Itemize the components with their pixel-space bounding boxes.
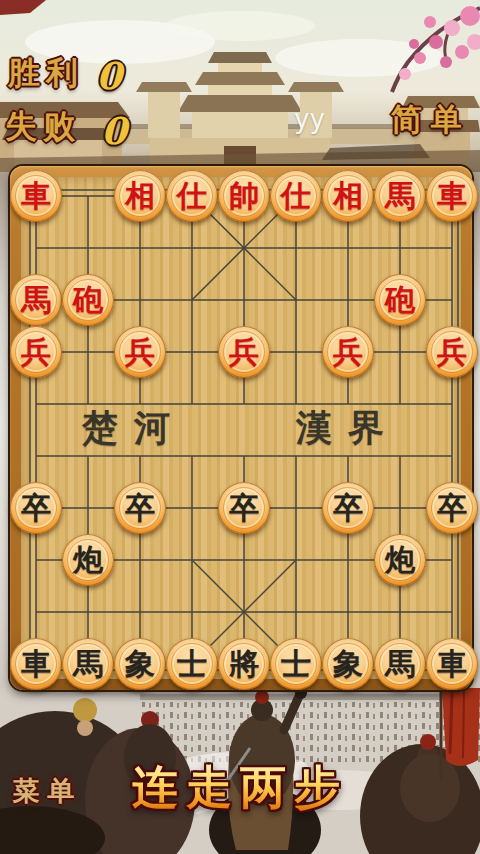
piece-layer: 車相仕帥仕相馬車馬砲砲兵兵兵兵兵卒卒卒卒卒炮炮車馬象士將士象馬車 xyxy=(10,166,472,690)
game-screen: 胜利 0 失败 0 yy 简单 xyxy=(0,0,480,854)
piece-glyph: 仕 xyxy=(177,181,207,211)
piece-glyph: 兵 xyxy=(125,337,155,367)
losses-count: 0 xyxy=(101,109,127,153)
red-horse[interactable]: 馬 xyxy=(10,274,62,326)
piece-glyph: 車 xyxy=(21,181,51,211)
wins-count: 0 xyxy=(96,54,122,98)
piece-glyph: 炮 xyxy=(73,545,103,575)
piece-glyph: 象 xyxy=(125,649,155,679)
red-cannon[interactable]: 砲 xyxy=(374,274,426,326)
piece-glyph: 將 xyxy=(229,649,259,679)
player-name: yy xyxy=(294,104,325,134)
red-elephant[interactable]: 相 xyxy=(114,170,166,222)
black-chariot[interactable]: 車 xyxy=(426,638,478,690)
piece-glyph: 卒 xyxy=(229,493,259,523)
black-advisor[interactable]: 士 xyxy=(270,638,322,690)
red-elephant[interactable]: 相 xyxy=(322,170,374,222)
black-general[interactable]: 將 xyxy=(218,638,270,690)
piece-glyph: 車 xyxy=(437,181,467,211)
piece-glyph: 兵 xyxy=(229,337,259,367)
black-elephant[interactable]: 象 xyxy=(114,638,166,690)
piece-glyph: 相 xyxy=(333,181,363,211)
black-soldier[interactable]: 卒 xyxy=(426,482,478,534)
xiangqi-board[interactable]: 楚河 漢界 車相仕帥仕相馬車馬砲砲兵兵兵兵兵卒卒卒卒卒炮炮車馬象士將士象馬車 xyxy=(10,166,472,690)
piece-glyph: 兵 xyxy=(21,337,51,367)
black-advisor[interactable]: 士 xyxy=(166,638,218,690)
piece-glyph: 相 xyxy=(125,181,155,211)
piece-glyph: 卒 xyxy=(437,493,467,523)
piece-glyph: 卒 xyxy=(125,493,155,523)
red-chariot[interactable]: 車 xyxy=(10,170,62,222)
piece-glyph: 車 xyxy=(437,649,467,679)
red-soldier[interactable]: 兵 xyxy=(218,326,270,378)
piece-glyph: 馬 xyxy=(385,181,415,211)
piece-glyph: 馬 xyxy=(385,649,415,679)
black-soldier[interactable]: 卒 xyxy=(114,482,166,534)
piece-glyph: 卒 xyxy=(21,493,51,523)
piece-glyph: 士 xyxy=(177,649,207,679)
menu-button[interactable]: 菜单 xyxy=(13,773,81,809)
piece-glyph: 象 xyxy=(333,649,363,679)
black-cannon[interactable]: 炮 xyxy=(62,534,114,586)
piece-glyph: 馬 xyxy=(73,649,103,679)
red-general[interactable]: 帥 xyxy=(218,170,270,222)
red-advisor[interactable]: 仕 xyxy=(270,170,322,222)
red-soldier[interactable]: 兵 xyxy=(322,326,374,378)
black-soldier[interactable]: 卒 xyxy=(322,482,374,534)
piece-glyph: 仕 xyxy=(281,181,311,211)
black-horse[interactable]: 馬 xyxy=(374,638,426,690)
red-horse[interactable]: 馬 xyxy=(374,170,426,222)
black-chariot[interactable]: 車 xyxy=(10,638,62,690)
wins-label: 胜利 xyxy=(8,52,84,96)
red-advisor[interactable]: 仕 xyxy=(166,170,218,222)
red-soldier[interactable]: 兵 xyxy=(426,326,478,378)
piece-glyph: 車 xyxy=(21,649,51,679)
piece-glyph: 兵 xyxy=(333,337,363,367)
difficulty-button[interactable]: 简单 xyxy=(391,99,471,141)
black-soldier[interactable]: 卒 xyxy=(218,482,270,534)
piece-glyph: 士 xyxy=(281,649,311,679)
piece-glyph: 帥 xyxy=(229,181,259,211)
piece-glyph: 砲 xyxy=(385,285,415,315)
red-cannon[interactable]: 砲 xyxy=(62,274,114,326)
piece-glyph: 卒 xyxy=(333,493,363,523)
red-chariot[interactable]: 車 xyxy=(426,170,478,222)
black-cannon[interactable]: 炮 xyxy=(374,534,426,586)
losses-label: 失败 xyxy=(5,105,81,149)
red-soldier[interactable]: 兵 xyxy=(10,326,62,378)
double-move-banner[interactable]: 连走两步 xyxy=(132,757,348,819)
red-soldier[interactable]: 兵 xyxy=(114,326,166,378)
piece-glyph: 馬 xyxy=(21,285,51,315)
black-elephant[interactable]: 象 xyxy=(322,638,374,690)
piece-glyph: 炮 xyxy=(385,545,415,575)
piece-glyph: 兵 xyxy=(437,337,467,367)
piece-glyph: 砲 xyxy=(73,285,103,315)
black-horse[interactable]: 馬 xyxy=(62,638,114,690)
black-soldier[interactable]: 卒 xyxy=(10,482,62,534)
